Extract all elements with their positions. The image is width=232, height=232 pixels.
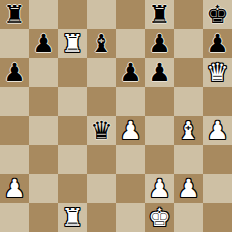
square-d3[interactable]	[87, 145, 116, 174]
square-g5[interactable]	[174, 87, 203, 116]
square-e3[interactable]	[116, 145, 145, 174]
square-e8[interactable]	[116, 0, 145, 29]
black-pawn: ♟	[148, 29, 170, 58]
square-g4[interactable]: ♝	[174, 116, 203, 145]
square-a7[interactable]	[0, 29, 29, 58]
square-f8[interactable]: ♜	[145, 0, 174, 29]
square-b2[interactable]	[29, 174, 58, 203]
square-c8[interactable]	[58, 0, 87, 29]
white-rook: ♜	[61, 203, 83, 232]
square-a5[interactable]	[0, 87, 29, 116]
square-d2[interactable]	[87, 174, 116, 203]
square-e1[interactable]	[116, 203, 145, 232]
white-pawn: ♟	[206, 116, 228, 145]
square-e4[interactable]: ♟	[116, 116, 145, 145]
square-c6[interactable]	[58, 58, 87, 87]
square-f2[interactable]: ♟	[145, 174, 174, 203]
black-rook: ♜	[3, 0, 25, 29]
square-b1[interactable]	[29, 203, 58, 232]
white-bishop: ♝	[177, 116, 199, 145]
white-pawn: ♟	[119, 116, 141, 145]
square-b4[interactable]	[29, 116, 58, 145]
square-f4[interactable]	[145, 116, 174, 145]
square-c7[interactable]: ♜	[58, 29, 87, 58]
square-e7[interactable]	[116, 29, 145, 58]
square-h6[interactable]: ♛	[203, 58, 232, 87]
chess-board: ♜♜♚♟♜♝♟♟♟♟♟♛♛♟♝♟♟♟♟♜♚	[0, 0, 232, 232]
square-b6[interactable]	[29, 58, 58, 87]
square-a8[interactable]: ♜	[0, 0, 29, 29]
black-pawn: ♟	[148, 58, 170, 87]
square-f3[interactable]	[145, 145, 174, 174]
square-f1[interactable]: ♚	[145, 203, 174, 232]
square-b3[interactable]	[29, 145, 58, 174]
black-pawn: ♟	[206, 29, 228, 58]
square-c5[interactable]	[58, 87, 87, 116]
white-rook: ♜	[61, 29, 83, 58]
square-h2[interactable]	[203, 174, 232, 203]
square-d8[interactable]	[87, 0, 116, 29]
square-f5[interactable]	[145, 87, 174, 116]
square-h8[interactable]: ♚	[203, 0, 232, 29]
square-d7[interactable]: ♝	[87, 29, 116, 58]
square-b7[interactable]: ♟	[29, 29, 58, 58]
square-g7[interactable]	[174, 29, 203, 58]
white-queen: ♛	[206, 58, 228, 87]
square-h3[interactable]	[203, 145, 232, 174]
square-a6[interactable]: ♟	[0, 58, 29, 87]
square-d1[interactable]	[87, 203, 116, 232]
square-h4[interactable]: ♟	[203, 116, 232, 145]
black-pawn: ♟	[32, 29, 54, 58]
white-pawn: ♟	[148, 174, 170, 203]
square-c4[interactable]	[58, 116, 87, 145]
black-queen: ♛	[90, 116, 112, 145]
square-d6[interactable]	[87, 58, 116, 87]
black-pawn: ♟	[119, 58, 141, 87]
square-b8[interactable]	[29, 0, 58, 29]
square-c3[interactable]	[58, 145, 87, 174]
square-a1[interactable]	[0, 203, 29, 232]
square-e2[interactable]	[116, 174, 145, 203]
square-g3[interactable]	[174, 145, 203, 174]
white-pawn: ♟	[177, 174, 199, 203]
black-bishop: ♝	[90, 29, 112, 58]
black-rook: ♜	[148, 0, 170, 29]
square-f7[interactable]: ♟	[145, 29, 174, 58]
square-a4[interactable]	[0, 116, 29, 145]
square-e6[interactable]: ♟	[116, 58, 145, 87]
black-pawn: ♟	[3, 58, 25, 87]
square-g1[interactable]	[174, 203, 203, 232]
square-g8[interactable]	[174, 0, 203, 29]
square-d4[interactable]: ♛	[87, 116, 116, 145]
square-b5[interactable]	[29, 87, 58, 116]
square-h1[interactable]	[203, 203, 232, 232]
square-e5[interactable]	[116, 87, 145, 116]
black-king: ♚	[206, 0, 228, 29]
square-h5[interactable]	[203, 87, 232, 116]
square-f6[interactable]: ♟	[145, 58, 174, 87]
square-c1[interactable]: ♜	[58, 203, 87, 232]
square-g6[interactable]	[174, 58, 203, 87]
square-c2[interactable]	[58, 174, 87, 203]
square-h7[interactable]: ♟	[203, 29, 232, 58]
square-g2[interactable]: ♟	[174, 174, 203, 203]
white-pawn: ♟	[3, 174, 25, 203]
square-d5[interactable]	[87, 87, 116, 116]
square-a2[interactable]: ♟	[0, 174, 29, 203]
white-king: ♚	[148, 203, 170, 232]
square-a3[interactable]	[0, 145, 29, 174]
